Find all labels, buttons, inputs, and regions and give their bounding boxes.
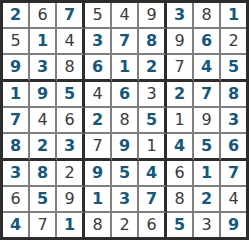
cell-r1c4[interactable]: 5 xyxy=(85,3,112,29)
cell-r5c7[interactable]: 1 xyxy=(167,108,194,134)
cell-r9c3[interactable]: 1 xyxy=(57,213,85,237)
cell-r3c9[interactable]: 5 xyxy=(221,55,246,82)
cell-r4c5[interactable]: 6 xyxy=(112,82,139,108)
cell-r7c4[interactable]: 9 xyxy=(85,161,112,187)
cell-r2c8[interactable]: 6 xyxy=(194,29,221,55)
cell-r3c2[interactable]: 3 xyxy=(30,55,57,82)
cell-r7c6[interactable]: 4 xyxy=(139,161,167,187)
cell-r7c2[interactable]: 8 xyxy=(30,161,57,187)
cell-r6c4[interactable]: 7 xyxy=(85,134,112,161)
cell-r6c1[interactable]: 8 xyxy=(3,134,30,161)
cell-r6c9[interactable]: 6 xyxy=(221,134,246,161)
cell-r5c4[interactable]: 2 xyxy=(85,108,112,134)
cell-r7c5[interactable]: 5 xyxy=(112,161,139,187)
cell-r9c7[interactable]: 5 xyxy=(167,213,194,237)
cell-r8c3[interactable]: 9 xyxy=(57,187,85,213)
sudoku-board: 2675493815143789629386127451954632787462… xyxy=(0,0,249,240)
cell-r4c6[interactable]: 3 xyxy=(139,82,167,108)
cell-r3c7[interactable]: 7 xyxy=(167,55,194,82)
cell-r6c5[interactable]: 9 xyxy=(112,134,139,161)
cell-r1c1[interactable]: 2 xyxy=(3,3,30,29)
cell-r1c7[interactable]: 3 xyxy=(167,3,194,29)
cell-r3c8[interactable]: 4 xyxy=(194,55,221,82)
cell-r9c2[interactable]: 7 xyxy=(30,213,57,237)
cell-r1c8[interactable]: 8 xyxy=(194,3,221,29)
cell-r8c6[interactable]: 7 xyxy=(139,187,167,213)
cell-r4c2[interactable]: 9 xyxy=(30,82,57,108)
cell-r9c6[interactable]: 6 xyxy=(139,213,167,237)
cell-r8c8[interactable]: 2 xyxy=(194,187,221,213)
cell-r4c7[interactable]: 2 xyxy=(167,82,194,108)
cell-r1c2[interactable]: 6 xyxy=(30,3,57,29)
cell-r7c9[interactable]: 7 xyxy=(221,161,246,187)
cell-r2c1[interactable]: 5 xyxy=(3,29,30,55)
cell-r8c5[interactable]: 3 xyxy=(112,187,139,213)
cell-r1c9[interactable]: 1 xyxy=(221,3,246,29)
cell-r6c6[interactable]: 1 xyxy=(139,134,167,161)
cell-r1c5[interactable]: 4 xyxy=(112,3,139,29)
cell-r2c4[interactable]: 3 xyxy=(85,29,112,55)
cell-r5c6[interactable]: 5 xyxy=(139,108,167,134)
cell-r7c8[interactable]: 1 xyxy=(194,161,221,187)
cell-r5c3[interactable]: 6 xyxy=(57,108,85,134)
cell-r3c6[interactable]: 2 xyxy=(139,55,167,82)
cell-r9c1[interactable]: 4 xyxy=(3,213,30,237)
cell-r2c2[interactable]: 1 xyxy=(30,29,57,55)
cell-r9c5[interactable]: 2 xyxy=(112,213,139,237)
cell-r2c7[interactable]: 9 xyxy=(167,29,194,55)
cell-r3c1[interactable]: 9 xyxy=(3,55,30,82)
cell-r8c1[interactable]: 6 xyxy=(3,187,30,213)
cell-r6c7[interactable]: 4 xyxy=(167,134,194,161)
cell-r3c3[interactable]: 8 xyxy=(57,55,85,82)
cell-r8c9[interactable]: 4 xyxy=(221,187,246,213)
cell-r6c8[interactable]: 5 xyxy=(194,134,221,161)
cell-r5c2[interactable]: 4 xyxy=(30,108,57,134)
cell-r8c7[interactable]: 8 xyxy=(167,187,194,213)
cell-r5c5[interactable]: 8 xyxy=(112,108,139,134)
cell-r2c6[interactable]: 8 xyxy=(139,29,167,55)
cell-r4c4[interactable]: 4 xyxy=(85,82,112,108)
cell-r8c4[interactable]: 1 xyxy=(85,187,112,213)
cell-r4c9[interactable]: 8 xyxy=(221,82,246,108)
cell-r9c4[interactable]: 8 xyxy=(85,213,112,237)
cell-r5c1[interactable]: 7 xyxy=(3,108,30,134)
cell-r7c7[interactable]: 6 xyxy=(167,161,194,187)
cell-r4c3[interactable]: 5 xyxy=(57,82,85,108)
cell-r5c9[interactable]: 3 xyxy=(221,108,246,134)
cell-r2c3[interactable]: 4 xyxy=(57,29,85,55)
cell-r7c1[interactable]: 3 xyxy=(3,161,30,187)
cell-r1c6[interactable]: 9 xyxy=(139,3,167,29)
cell-r8c2[interactable]: 5 xyxy=(30,187,57,213)
cell-r4c8[interactable]: 7 xyxy=(194,82,221,108)
cell-r9c9[interactable]: 9 xyxy=(221,213,246,237)
cell-r2c5[interactable]: 7 xyxy=(112,29,139,55)
cell-r3c4[interactable]: 6 xyxy=(85,55,112,82)
cell-r5c8[interactable]: 9 xyxy=(194,108,221,134)
cell-r3c5[interactable]: 1 xyxy=(112,55,139,82)
cell-r6c3[interactable]: 3 xyxy=(57,134,85,161)
cell-r6c2[interactable]: 2 xyxy=(30,134,57,161)
cell-r9c8[interactable]: 3 xyxy=(194,213,221,237)
cell-r4c1[interactable]: 1 xyxy=(3,82,30,108)
cell-r1c3[interactable]: 7 xyxy=(57,3,85,29)
cell-r7c3[interactable]: 2 xyxy=(57,161,85,187)
cell-r2c9[interactable]: 2 xyxy=(221,29,246,55)
